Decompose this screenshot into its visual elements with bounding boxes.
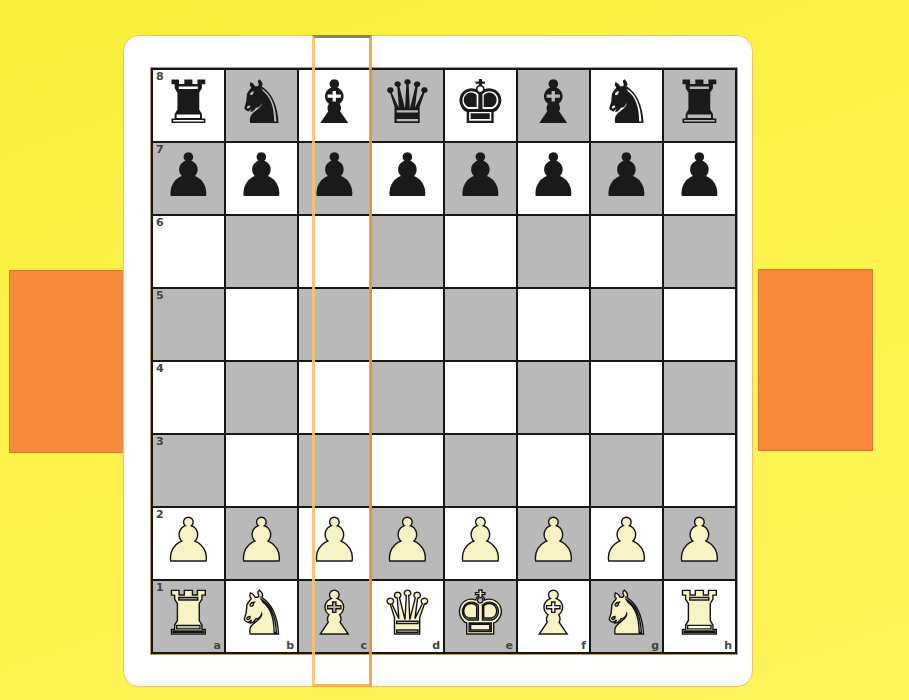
square-b2[interactable]: ♟: [226, 508, 297, 579]
chess-board: 8♜♞♝♛♚♝♞♜7♟♟♟♟♟♟♟♟65432♟♟♟♟♟♟♟♟1a♜b♞c♝d♛…: [151, 68, 737, 654]
square-e5[interactable]: [445, 289, 516, 360]
square-c8[interactable]: ♝: [299, 70, 370, 141]
square-b5[interactable]: [226, 289, 297, 360]
square-f8[interactable]: ♝: [518, 70, 589, 141]
square-f1[interactable]: f♝: [518, 581, 589, 652]
square-f4[interactable]: [518, 362, 589, 433]
square-a6[interactable]: 6: [153, 216, 224, 287]
square-h6[interactable]: [664, 216, 735, 287]
white-knight-piece[interactable]: ♞: [600, 578, 654, 649]
square-c4[interactable]: [299, 362, 370, 433]
square-d7[interactable]: ♟: [372, 143, 443, 214]
black-pawn-piece[interactable]: ♟: [381, 140, 435, 211]
square-f3[interactable]: [518, 435, 589, 506]
white-pawn-piece[interactable]: ♟: [235, 505, 289, 576]
white-knight-piece[interactable]: ♞: [235, 578, 289, 649]
black-pawn-piece[interactable]: ♟: [600, 140, 654, 211]
square-c5[interactable]: [299, 289, 370, 360]
square-d8[interactable]: ♛: [372, 70, 443, 141]
white-pawn-piece[interactable]: ♟: [381, 505, 435, 576]
square-b8[interactable]: ♞: [226, 70, 297, 141]
square-g4[interactable]: [591, 362, 662, 433]
black-pawn-piece[interactable]: ♟: [162, 140, 216, 211]
square-e4[interactable]: [445, 362, 516, 433]
left-orange-panel: [9, 270, 125, 453]
square-e3[interactable]: [445, 435, 516, 506]
white-pawn-piece[interactable]: ♟: [308, 505, 362, 576]
square-d6[interactable]: [372, 216, 443, 287]
rank-label-3: 3: [156, 436, 164, 447]
square-h3[interactable]: [664, 435, 735, 506]
black-rook-piece[interactable]: ♜: [162, 67, 216, 138]
square-g3[interactable]: [591, 435, 662, 506]
square-e8[interactable]: ♚: [445, 70, 516, 141]
square-b1[interactable]: b♞: [226, 581, 297, 652]
square-h2[interactable]: ♟: [664, 508, 735, 579]
square-a1[interactable]: 1a♜: [153, 581, 224, 652]
square-h5[interactable]: [664, 289, 735, 360]
square-a4[interactable]: 4: [153, 362, 224, 433]
square-h4[interactable]: [664, 362, 735, 433]
white-pawn-piece[interactable]: ♟: [527, 505, 581, 576]
square-h1[interactable]: h♜: [664, 581, 735, 652]
square-h8[interactable]: ♜: [664, 70, 735, 141]
rank-label-4: 4: [156, 363, 164, 374]
square-d4[interactable]: [372, 362, 443, 433]
right-orange-panel: [758, 269, 873, 451]
square-a2[interactable]: 2♟: [153, 508, 224, 579]
square-g1[interactable]: g♞: [591, 581, 662, 652]
black-knight-piece[interactable]: ♞: [600, 67, 654, 138]
file-label-f: f: [581, 640, 586, 651]
square-c3[interactable]: [299, 435, 370, 506]
square-c7[interactable]: ♟: [299, 143, 370, 214]
white-rook-piece[interactable]: ♜: [673, 578, 727, 649]
square-d2[interactable]: ♟: [372, 508, 443, 579]
black-pawn-piece[interactable]: ♟: [308, 140, 362, 211]
square-a5[interactable]: 5: [153, 289, 224, 360]
white-queen-piece[interactable]: ♛: [381, 578, 435, 649]
black-pawn-piece[interactable]: ♟: [673, 140, 727, 211]
square-g5[interactable]: [591, 289, 662, 360]
square-d3[interactable]: [372, 435, 443, 506]
square-e6[interactable]: [445, 216, 516, 287]
chessboard-card: 8♜♞♝♛♚♝♞♜7♟♟♟♟♟♟♟♟65432♟♟♟♟♟♟♟♟1a♜b♞c♝d♛…: [123, 35, 753, 687]
square-d1[interactable]: d♛: [372, 581, 443, 652]
black-queen-piece[interactable]: ♛: [381, 67, 435, 138]
square-b3[interactable]: [226, 435, 297, 506]
square-g8[interactable]: ♞: [591, 70, 662, 141]
square-e7[interactable]: ♟: [445, 143, 516, 214]
square-c1[interactable]: c♝: [299, 581, 370, 652]
square-f2[interactable]: ♟: [518, 508, 589, 579]
black-knight-piece[interactable]: ♞: [235, 67, 289, 138]
file-label-c: c: [360, 640, 367, 651]
square-g7[interactable]: ♟: [591, 143, 662, 214]
square-f5[interactable]: [518, 289, 589, 360]
black-bishop-piece[interactable]: ♝: [308, 67, 362, 138]
white-rook-piece[interactable]: ♜: [162, 578, 216, 649]
square-d5[interactable]: [372, 289, 443, 360]
square-a3[interactable]: 3: [153, 435, 224, 506]
square-c2[interactable]: ♟: [299, 508, 370, 579]
square-b4[interactable]: [226, 362, 297, 433]
black-pawn-piece[interactable]: ♟: [454, 140, 508, 211]
black-pawn-piece[interactable]: ♟: [235, 140, 289, 211]
square-f7[interactable]: ♟: [518, 143, 589, 214]
white-king-piece[interactable]: ♚: [454, 578, 508, 649]
square-b6[interactable]: [226, 216, 297, 287]
white-pawn-piece[interactable]: ♟: [162, 505, 216, 576]
black-pawn-piece[interactable]: ♟: [527, 140, 581, 211]
square-e1[interactable]: e♚: [445, 581, 516, 652]
square-g2[interactable]: ♟: [591, 508, 662, 579]
white-pawn-piece[interactable]: ♟: [454, 505, 508, 576]
square-b7[interactable]: ♟: [226, 143, 297, 214]
square-h7[interactable]: ♟: [664, 143, 735, 214]
slide-background: 8♜♞♝♛♚♝♞♜7♟♟♟♟♟♟♟♟65432♟♟♟♟♟♟♟♟1a♜b♞c♝d♛…: [0, 0, 909, 700]
square-a7[interactable]: 7♟: [153, 143, 224, 214]
square-e2[interactable]: ♟: [445, 508, 516, 579]
white-pawn-piece[interactable]: ♟: [600, 505, 654, 576]
black-bishop-piece[interactable]: ♝: [527, 67, 581, 138]
square-f6[interactable]: [518, 216, 589, 287]
rank-label-5: 5: [156, 290, 164, 301]
white-bishop-piece[interactable]: ♝: [527, 578, 581, 649]
rank-label-6: 6: [156, 217, 164, 228]
square-a8[interactable]: 8♜: [153, 70, 224, 141]
white-bishop-piece[interactable]: ♝: [308, 578, 362, 649]
black-king-piece[interactable]: ♚: [454, 67, 508, 138]
square-c6[interactable]: [299, 216, 370, 287]
square-g6[interactable]: [591, 216, 662, 287]
white-pawn-piece[interactable]: ♟: [673, 505, 727, 576]
black-rook-piece[interactable]: ♜: [673, 67, 727, 138]
